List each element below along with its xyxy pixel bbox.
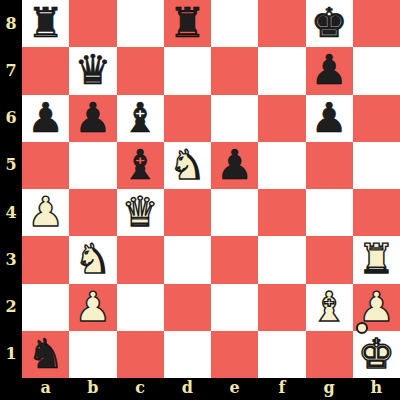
rank-label-7: 7: [0, 47, 22, 94]
square-g7[interactable]: ♟: [306, 47, 353, 94]
rank-labels: 87654321: [0, 0, 22, 378]
square-g6[interactable]: ♟: [306, 95, 353, 142]
square-d6[interactable]: [164, 95, 211, 142]
square-h6[interactable]: [353, 95, 400, 142]
piece-black-king: ♚: [311, 0, 348, 47]
square-e1[interactable]: [211, 331, 258, 378]
piece-black-rook: ♜: [27, 0, 64, 47]
file-label-g: g: [306, 378, 353, 400]
piece-black-bishop: ♝: [122, 95, 159, 142]
square-c8[interactable]: [117, 0, 164, 47]
square-a5[interactable]: [22, 142, 69, 189]
square-a2[interactable]: [22, 284, 69, 331]
file-label-b: b: [69, 378, 116, 400]
square-g2[interactable]: ♝: [306, 284, 353, 331]
square-e5[interactable]: ♟: [211, 142, 258, 189]
piece-black-pawn: ♟: [311, 47, 348, 94]
square-f1[interactable]: [258, 331, 305, 378]
square-g5[interactable]: [306, 142, 353, 189]
square-d3[interactable]: [164, 236, 211, 283]
square-g8[interactable]: ♚: [306, 0, 353, 47]
chess-board: ♜♜♚♛♟♟♟♝♟♝♞♟♟♛♞♜♟♝♟♞♚: [22, 0, 400, 378]
square-d4[interactable]: [164, 189, 211, 236]
piece-black-pawn: ♟: [311, 95, 348, 142]
square-f6[interactable]: [258, 95, 305, 142]
square-c2[interactable]: [117, 284, 164, 331]
square-d2[interactable]: [164, 284, 211, 331]
square-e8[interactable]: [211, 0, 258, 47]
square-a8[interactable]: ♜: [22, 0, 69, 47]
file-label-d: d: [164, 378, 211, 400]
square-a3[interactable]: [22, 236, 69, 283]
piece-black-bishop: ♝: [122, 142, 159, 189]
square-e3[interactable]: [211, 236, 258, 283]
square-a7[interactable]: [22, 47, 69, 94]
square-d1[interactable]: [164, 331, 211, 378]
piece-black-pawn: ♟: [74, 95, 111, 142]
file-label-f: f: [258, 378, 305, 400]
square-d7[interactable]: [164, 47, 211, 94]
piece-black-rook: ♜: [169, 0, 206, 47]
piece-white-pawn: ♟: [27, 189, 64, 236]
square-c1[interactable]: [117, 331, 164, 378]
rank-label-8: 8: [0, 0, 22, 47]
square-h7[interactable]: [353, 47, 400, 94]
square-e6[interactable]: [211, 95, 258, 142]
chessboard-frame: 87654321 ♜♜♚♛♟♟♟♝♟♝♞♟♟♛♞♜♟♝♟♞♚ abcdefgh: [0, 0, 400, 400]
square-d8[interactable]: ♜: [164, 0, 211, 47]
file-label-c: c: [117, 378, 164, 400]
square-g1[interactable]: [306, 331, 353, 378]
piece-black-pawn: ♟: [27, 95, 64, 142]
rank-label-2: 2: [0, 284, 22, 331]
piece-white-king: ♚: [358, 331, 395, 378]
piece-white-bishop: ♝: [311, 284, 348, 331]
square-d5[interactable]: ♞: [164, 142, 211, 189]
rank-label-4: 4: [0, 189, 22, 236]
square-a1[interactable]: ♞: [22, 331, 69, 378]
rank-label-6: 6: [0, 95, 22, 142]
white-to-move-indicator: [356, 322, 368, 334]
square-b2[interactable]: ♟: [69, 284, 116, 331]
piece-white-knight: ♞: [74, 236, 111, 283]
rank-label-1: 1: [0, 331, 22, 378]
file-label-e: e: [211, 378, 258, 400]
piece-black-queen: ♛: [74, 47, 111, 94]
piece-white-rook: ♜: [358, 236, 395, 283]
square-b3[interactable]: ♞: [69, 236, 116, 283]
file-label-h: h: [353, 378, 400, 400]
square-c7[interactable]: [117, 47, 164, 94]
file-label-a: a: [22, 378, 69, 400]
square-b8[interactable]: [69, 0, 116, 47]
square-f7[interactable]: [258, 47, 305, 94]
piece-black-knight: ♞: [27, 331, 64, 378]
square-e7[interactable]: [211, 47, 258, 94]
square-g3[interactable]: [306, 236, 353, 283]
piece-black-pawn: ♟: [216, 142, 253, 189]
square-b7[interactable]: ♛: [69, 47, 116, 94]
square-a6[interactable]: ♟: [22, 95, 69, 142]
square-h3[interactable]: ♜: [353, 236, 400, 283]
square-f4[interactable]: [258, 189, 305, 236]
square-b1[interactable]: [69, 331, 116, 378]
file-labels: abcdefgh: [22, 378, 400, 400]
square-c3[interactable]: [117, 236, 164, 283]
square-h4[interactable]: [353, 189, 400, 236]
square-f2[interactable]: [258, 284, 305, 331]
square-h1[interactable]: ♚: [353, 331, 400, 378]
piece-white-knight: ♞: [169, 142, 206, 189]
square-h5[interactable]: [353, 142, 400, 189]
square-h8[interactable]: [353, 0, 400, 47]
square-b4[interactable]: [69, 189, 116, 236]
square-a4[interactable]: ♟: [22, 189, 69, 236]
rank-label-3: 3: [0, 236, 22, 283]
square-g4[interactable]: [306, 189, 353, 236]
square-f3[interactable]: [258, 236, 305, 283]
piece-white-pawn: ♟: [74, 284, 111, 331]
square-f5[interactable]: [258, 142, 305, 189]
square-c4[interactable]: ♛: [117, 189, 164, 236]
square-e2[interactable]: [211, 284, 258, 331]
piece-white-queen: ♛: [122, 189, 159, 236]
rank-label-5: 5: [0, 142, 22, 189]
square-b5[interactable]: [69, 142, 116, 189]
square-c6[interactable]: ♝: [117, 95, 164, 142]
square-c5[interactable]: ♝: [117, 142, 164, 189]
square-b6[interactable]: ♟: [69, 95, 116, 142]
square-f8[interactable]: [258, 0, 305, 47]
square-e4[interactable]: [211, 189, 258, 236]
